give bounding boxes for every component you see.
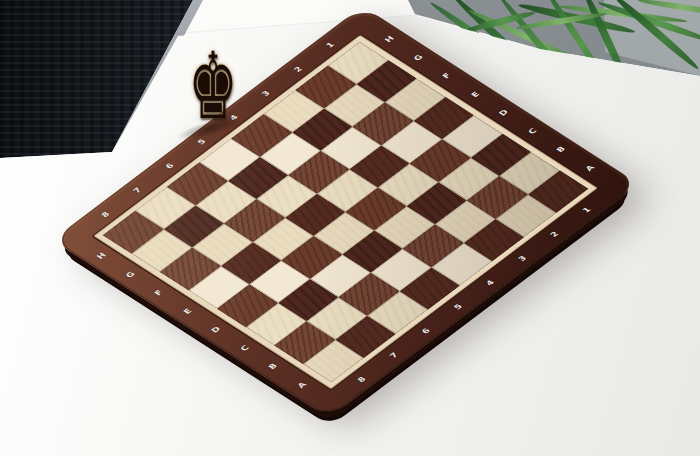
- black-king-icon: ♚: [188, 41, 237, 133]
- scene: { "game": "chess", "scene": { "descripti…: [0, 0, 700, 456]
